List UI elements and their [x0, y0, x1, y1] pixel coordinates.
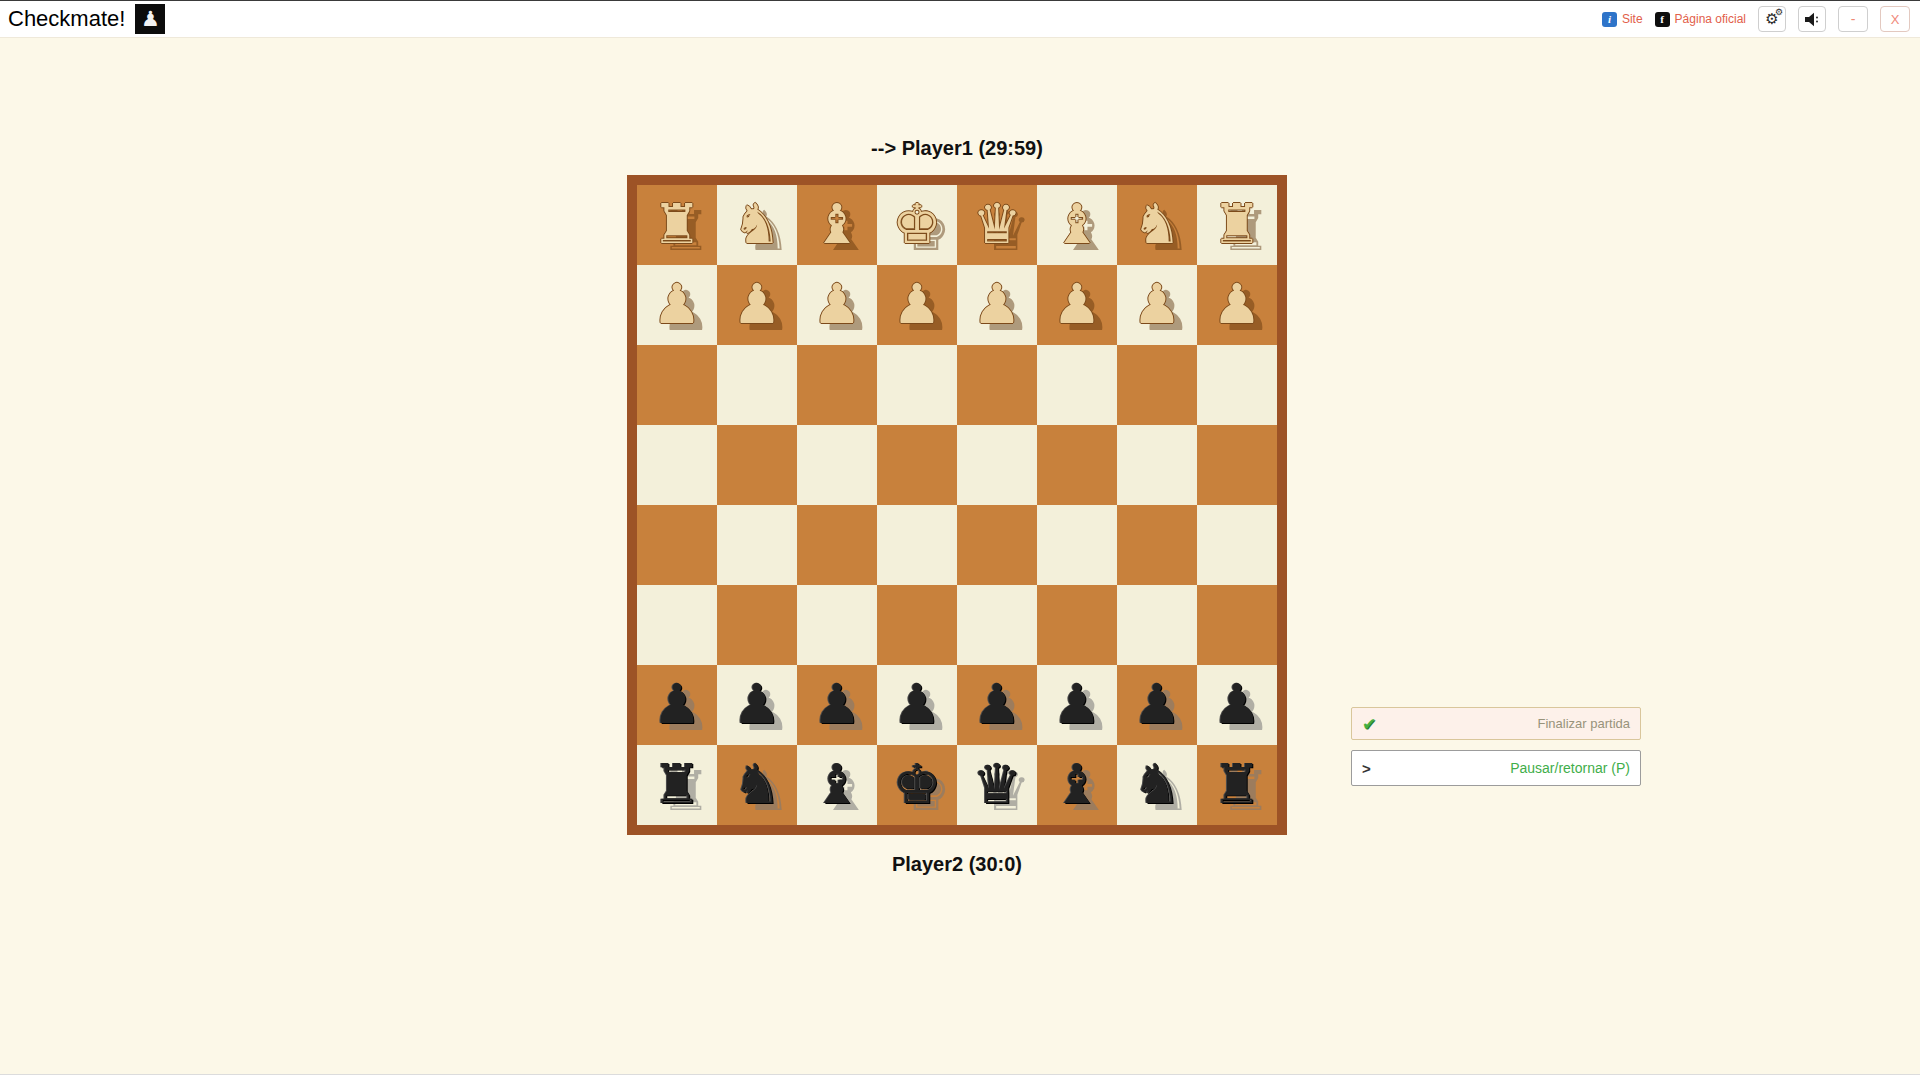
square-b7[interactable]: ♟ [1117, 665, 1197, 745]
minimize-button[interactable]: - [1838, 6, 1868, 32]
square-a3[interactable] [1197, 345, 1277, 425]
white-queen: ♛ [957, 185, 1037, 265]
finish-game-label: Finalizar partida [1538, 716, 1631, 731]
square-g4[interactable] [717, 425, 797, 505]
square-a7[interactable]: ♟ [1197, 665, 1277, 745]
square-f1[interactable]: ♝ [797, 185, 877, 265]
square-g5[interactable] [717, 505, 797, 585]
square-e1[interactable]: ♚ [877, 185, 957, 265]
white-pawn: ♟ [717, 265, 797, 345]
square-d6[interactable] [957, 585, 1037, 665]
square-e3[interactable] [877, 345, 957, 425]
square-g8[interactable]: ♞ [717, 745, 797, 825]
square-f2[interactable]: ♟ [797, 265, 877, 345]
titlebar-right: i Site f Página oficial ⚙ ⚙ - X [1602, 6, 1920, 32]
white-pawn: ♟ [1037, 265, 1117, 345]
square-a8[interactable]: ♜ [1197, 745, 1277, 825]
black-bishop: ♝ [1037, 745, 1117, 825]
black-queen: ♛ [957, 745, 1037, 825]
square-b8[interactable]: ♞ [1117, 745, 1197, 825]
square-h6[interactable] [637, 585, 717, 665]
square-a1[interactable]: ♜ [1197, 185, 1277, 265]
square-e8[interactable]: ♚ [877, 745, 957, 825]
square-c8[interactable]: ♝ [1037, 745, 1117, 825]
black-pawn: ♟ [797, 665, 877, 745]
pause-resume-button[interactable]: > Pausar/retornar (P) [1351, 750, 1641, 786]
finish-game-button[interactable]: ✔ Finalizar partida [1351, 707, 1641, 740]
square-c6[interactable] [1037, 585, 1117, 665]
black-pawn: ♟ [717, 665, 797, 745]
square-d2[interactable]: ♟ [957, 265, 1037, 345]
white-pawn: ♟ [1117, 265, 1197, 345]
official-page-link[interactable]: f Página oficial [1655, 12, 1746, 27]
square-f7[interactable]: ♟ [797, 665, 877, 745]
square-h5[interactable] [637, 505, 717, 585]
sound-button[interactable] [1798, 6, 1826, 32]
check-icon: ✔ [1362, 714, 1376, 734]
app-title: Checkmate! [8, 6, 125, 32]
white-pawn: ♟ [637, 265, 717, 345]
white-pawn: ♟ [957, 265, 1037, 345]
site-link-label: Site [1622, 12, 1643, 26]
square-a6[interactable] [1197, 585, 1277, 665]
square-f4[interactable] [797, 425, 877, 505]
square-h3[interactable] [637, 345, 717, 425]
square-g6[interactable] [717, 585, 797, 665]
white-knight: ♞ [717, 185, 797, 265]
square-e5[interactable] [877, 505, 957, 585]
chevron-right-icon: > [1362, 760, 1371, 777]
pause-resume-label: Pausar/retornar (P) [1510, 760, 1630, 776]
square-g3[interactable] [717, 345, 797, 425]
square-c7[interactable]: ♟ [1037, 665, 1117, 745]
square-f8[interactable]: ♝ [797, 745, 877, 825]
square-d7[interactable]: ♟ [957, 665, 1037, 745]
square-c1[interactable]: ♝ [1037, 185, 1117, 265]
black-knight: ♞ [1117, 745, 1197, 825]
white-knight: ♞ [1117, 185, 1197, 265]
square-a2[interactable]: ♟ [1197, 265, 1277, 345]
settings-button[interactable]: ⚙ ⚙ [1758, 6, 1786, 32]
square-b5[interactable] [1117, 505, 1197, 585]
square-d1[interactable]: ♛ [957, 185, 1037, 265]
square-c3[interactable] [1037, 345, 1117, 425]
square-a4[interactable] [1197, 425, 1277, 505]
square-f6[interactable] [797, 585, 877, 665]
square-c4[interactable] [1037, 425, 1117, 505]
black-rook: ♜ [637, 745, 717, 825]
black-rook: ♜ [1197, 745, 1277, 825]
bottom-window-edge [0, 1074, 1920, 1080]
speaker-icon [1804, 12, 1821, 27]
white-rook: ♜ [637, 185, 717, 265]
square-e2[interactable]: ♟ [877, 265, 957, 345]
gear-small-icon: ⚙ [1775, 8, 1783, 17]
square-d5[interactable] [957, 505, 1037, 585]
black-pawn: ♟ [1037, 665, 1117, 745]
square-b2[interactable]: ♟ [1117, 265, 1197, 345]
black-pawn: ♟ [637, 665, 717, 745]
square-g7[interactable]: ♟ [717, 665, 797, 745]
player2-clock: Player2 (30:0) [627, 853, 1287, 876]
white-pawn: ♟ [877, 265, 957, 345]
chess-board: ♜♞♝♚♛♝♞♜♟♟♟♟♟♟♟♟♟♟♟♟♟♟♟♟♜♞♝♚♛♝♞♜ [627, 175, 1287, 835]
black-pawn: ♟ [1197, 665, 1277, 745]
official-page-link-label: Página oficial [1675, 12, 1746, 26]
square-d4[interactable] [957, 425, 1037, 505]
facebook-icon: f [1655, 12, 1670, 27]
white-bishop: ♝ [797, 185, 877, 265]
black-pawn: ♟ [1117, 665, 1197, 745]
square-b1[interactable]: ♞ [1117, 185, 1197, 265]
black-pawn: ♟ [957, 665, 1037, 745]
square-h7[interactable]: ♟ [637, 665, 717, 745]
square-c2[interactable]: ♟ [1037, 265, 1117, 345]
site-link[interactable]: i Site [1602, 12, 1643, 27]
white-rook: ♜ [1197, 185, 1277, 265]
square-e4[interactable] [877, 425, 957, 505]
black-pawn: ♟ [877, 665, 957, 745]
square-f5[interactable] [797, 505, 877, 585]
black-knight: ♞ [717, 745, 797, 825]
square-f3[interactable] [797, 345, 877, 425]
titlebar: Checkmate! ♟ i Site f Página oficial ⚙ ⚙… [0, 0, 1920, 38]
white-bishop: ♝ [1037, 185, 1117, 265]
square-b3[interactable] [1117, 345, 1197, 425]
info-icon: i [1602, 12, 1617, 27]
square-b4[interactable] [1117, 425, 1197, 505]
square-h8[interactable]: ♜ [637, 745, 717, 825]
black-bishop: ♝ [797, 745, 877, 825]
square-h1[interactable]: ♜ [637, 185, 717, 265]
black-king: ♚ [877, 745, 957, 825]
player1-turn-clock: --> Player1 (29:59) [627, 137, 1287, 160]
close-button[interactable]: X [1880, 6, 1910, 32]
square-c5[interactable] [1037, 505, 1117, 585]
square-d3[interactable] [957, 345, 1037, 425]
app-icon: ♟ [135, 4, 165, 34]
white-pawn: ♟ [797, 265, 877, 345]
square-e6[interactable] [877, 585, 957, 665]
white-king: ♚ [877, 185, 957, 265]
square-g1[interactable]: ♞ [717, 185, 797, 265]
pawn-icon: ♟ [141, 4, 160, 34]
square-h2[interactable]: ♟ [637, 265, 717, 345]
square-b6[interactable] [1117, 585, 1197, 665]
white-pawn: ♟ [1197, 265, 1277, 345]
square-d8[interactable]: ♛ [957, 745, 1037, 825]
square-g2[interactable]: ♟ [717, 265, 797, 345]
square-h4[interactable] [637, 425, 717, 505]
square-a5[interactable] [1197, 505, 1277, 585]
square-e7[interactable]: ♟ [877, 665, 957, 745]
